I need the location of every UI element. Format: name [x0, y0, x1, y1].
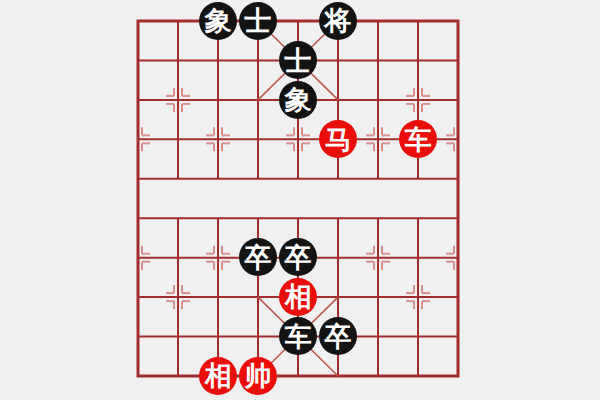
- piece-black-pawn[interactable]: 卒: [318, 317, 358, 356]
- piece-black-advisor[interactable]: 士: [238, 1, 278, 40]
- piece-glyph: 卒: [239, 238, 277, 276]
- piece-red-chariot[interactable]: 车: [398, 119, 438, 158]
- piece-glyph: 象: [279, 81, 317, 119]
- piece-glyph: 士: [279, 41, 317, 79]
- piece-red-elephant[interactable]: 相: [198, 356, 238, 395]
- piece-red-elephant[interactable]: 相: [278, 277, 318, 316]
- piece-black-general[interactable]: 将: [318, 1, 358, 40]
- piece-black-elephant[interactable]: 象: [278, 80, 318, 119]
- piece-red-general[interactable]: 帅: [238, 356, 278, 395]
- piece-glyph: 车: [399, 120, 437, 158]
- piece-glyph: 卒: [279, 238, 317, 276]
- piece-glyph: 车: [279, 317, 317, 355]
- piece-red-horse[interactable]: 马: [318, 119, 358, 158]
- piece-black-chariot[interactable]: 车: [278, 317, 318, 356]
- piece-glyph: 帅: [239, 357, 277, 395]
- piece-glyph: 士: [239, 2, 277, 40]
- piece-layer: 象士将士象马车卒卒相车卒相帅: [118, 1, 478, 396]
- piece-glyph: 象: [199, 2, 237, 40]
- xiangqi-app: 象士将士象马车卒卒相车卒相帅: [0, 0, 600, 400]
- piece-glyph: 卒: [319, 317, 357, 355]
- piece-black-advisor[interactable]: 士: [278, 40, 318, 79]
- piece-black-pawn[interactable]: 卒: [278, 238, 318, 277]
- piece-glyph: 相: [279, 278, 317, 316]
- piece-glyph: 相: [199, 357, 237, 395]
- piece-glyph: 将: [319, 2, 357, 40]
- piece-black-elephant[interactable]: 象: [198, 1, 238, 40]
- piece-black-pawn[interactable]: 卒: [238, 238, 278, 277]
- piece-glyph: 马: [319, 120, 357, 158]
